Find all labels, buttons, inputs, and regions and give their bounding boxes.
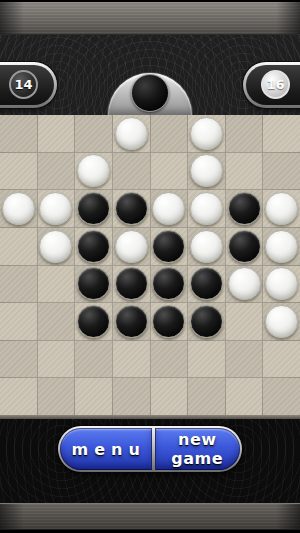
board-cell-f1[interactable] bbox=[188, 115, 225, 152]
white-disc bbox=[77, 154, 110, 187]
board-cell-f4[interactable] bbox=[188, 228, 225, 265]
white-disc bbox=[39, 192, 72, 225]
black-disc bbox=[228, 230, 261, 263]
black-disc bbox=[190, 267, 223, 300]
board-cell-d8[interactable] bbox=[113, 378, 150, 415]
turn-indicator-dome bbox=[108, 73, 192, 115]
board-cell-g7[interactable] bbox=[226, 341, 263, 378]
board-cell-h6[interactable] bbox=[263, 303, 300, 340]
white-disc bbox=[265, 305, 298, 338]
white-score-value: 16 bbox=[266, 77, 284, 92]
board-cell-g8[interactable] bbox=[226, 378, 263, 415]
board-cell-g6[interactable] bbox=[226, 303, 263, 340]
white-disc bbox=[115, 117, 148, 150]
board-cell-c7[interactable] bbox=[75, 341, 112, 378]
white-disc bbox=[190, 230, 223, 263]
board-cell-f7[interactable] bbox=[188, 341, 225, 378]
board-cell-h8[interactable] bbox=[263, 378, 300, 415]
board-cell-d3[interactable] bbox=[113, 190, 150, 227]
board-cell-h1[interactable] bbox=[263, 115, 300, 152]
black-disc bbox=[77, 192, 110, 225]
board-cell-f6[interactable] bbox=[188, 303, 225, 340]
board-cell-a8[interactable] bbox=[0, 378, 37, 415]
board-cell-f2[interactable] bbox=[188, 153, 225, 190]
board-cell-g2[interactable] bbox=[226, 153, 263, 190]
app-root: 14 16 menu new game bbox=[0, 0, 300, 533]
white-disc bbox=[39, 230, 72, 263]
board-cell-d4[interactable] bbox=[113, 228, 150, 265]
board-cell-a2[interactable] bbox=[0, 153, 37, 190]
board-cell-e4[interactable] bbox=[151, 228, 188, 265]
board-cell-g4[interactable] bbox=[226, 228, 263, 265]
board-cell-f5[interactable] bbox=[188, 266, 225, 303]
white-disc bbox=[190, 154, 223, 187]
board-cell-f3[interactable] bbox=[188, 190, 225, 227]
board-cell-b5[interactable] bbox=[38, 266, 75, 303]
new-game-button[interactable]: new game bbox=[155, 428, 241, 470]
board-cell-b8[interactable] bbox=[38, 378, 75, 415]
board-cell-e6[interactable] bbox=[151, 303, 188, 340]
white-disc bbox=[265, 192, 298, 225]
board-cell-a7[interactable] bbox=[0, 341, 37, 378]
board-cell-h3[interactable] bbox=[263, 190, 300, 227]
black-disc bbox=[152, 305, 185, 338]
board-cell-f8[interactable] bbox=[188, 378, 225, 415]
menu-button[interactable]: menu bbox=[60, 428, 152, 470]
bottom-metal-frame bbox=[0, 503, 300, 530]
board bbox=[0, 115, 300, 415]
white-disc bbox=[265, 230, 298, 263]
board-cell-h5[interactable] bbox=[263, 266, 300, 303]
board-cell-e2[interactable] bbox=[151, 153, 188, 190]
board-cell-d2[interactable] bbox=[113, 153, 150, 190]
board-cell-a3[interactable] bbox=[0, 190, 37, 227]
board-cell-g1[interactable] bbox=[226, 115, 263, 152]
white-disc bbox=[190, 192, 223, 225]
board-cell-a6[interactable] bbox=[0, 303, 37, 340]
black-disc bbox=[77, 230, 110, 263]
board-cell-b7[interactable] bbox=[38, 341, 75, 378]
board-cell-b4[interactable] bbox=[38, 228, 75, 265]
black-disc bbox=[77, 305, 110, 338]
black-score-disc: 14 bbox=[9, 70, 38, 99]
black-score-value: 14 bbox=[14, 77, 32, 92]
board-cell-e8[interactable] bbox=[151, 378, 188, 415]
board-cell-e7[interactable] bbox=[151, 341, 188, 378]
board-cell-a5[interactable] bbox=[0, 266, 37, 303]
black-disc bbox=[77, 267, 110, 300]
black-disc bbox=[190, 305, 223, 338]
board-cell-h2[interactable] bbox=[263, 153, 300, 190]
top-metal-frame bbox=[0, 2, 300, 35]
board-cell-c6[interactable] bbox=[75, 303, 112, 340]
board-cell-b3[interactable] bbox=[38, 190, 75, 227]
white-disc bbox=[152, 192, 185, 225]
black-disc bbox=[152, 230, 185, 263]
black-disc bbox=[115, 192, 148, 225]
board-cell-b6[interactable] bbox=[38, 303, 75, 340]
board-cell-g3[interactable] bbox=[226, 190, 263, 227]
board-cell-e1[interactable] bbox=[151, 115, 188, 152]
board-cell-h4[interactable] bbox=[263, 228, 300, 265]
board-cell-c1[interactable] bbox=[75, 115, 112, 152]
board-cell-b2[interactable] bbox=[38, 153, 75, 190]
white-disc bbox=[2, 192, 35, 225]
black-disc bbox=[152, 267, 185, 300]
black-disc bbox=[115, 267, 148, 300]
board-cell-g5[interactable] bbox=[226, 266, 263, 303]
white-disc bbox=[190, 117, 223, 150]
scoreboard: 14 16 bbox=[0, 35, 300, 115]
board-cell-h7[interactable] bbox=[263, 341, 300, 378]
board-cell-c8[interactable] bbox=[75, 378, 112, 415]
board-cell-c5[interactable] bbox=[75, 266, 112, 303]
board-cell-c4[interactable] bbox=[75, 228, 112, 265]
white-disc bbox=[115, 230, 148, 263]
black-disc bbox=[115, 305, 148, 338]
white-score-disc: 16 bbox=[261, 70, 290, 99]
board-cell-a4[interactable] bbox=[0, 228, 37, 265]
white-disc bbox=[265, 267, 298, 300]
board-cell-c3[interactable] bbox=[75, 190, 112, 227]
board-cell-c2[interactable] bbox=[75, 153, 112, 190]
board-cell-e5[interactable] bbox=[151, 266, 188, 303]
white-disc bbox=[228, 267, 261, 300]
turn-indicator-black-disc bbox=[131, 74, 169, 112]
board-cell-e3[interactable] bbox=[151, 190, 188, 227]
board-cell-d1[interactable] bbox=[113, 115, 150, 152]
board-cell-d5[interactable] bbox=[113, 266, 150, 303]
button-group: menu new game bbox=[58, 426, 242, 472]
bottom-bar: menu new game bbox=[0, 419, 300, 503]
board-cell-b1[interactable] bbox=[38, 115, 75, 152]
board-cell-a1[interactable] bbox=[0, 115, 37, 152]
board-cell-d7[interactable] bbox=[113, 341, 150, 378]
black-disc bbox=[228, 192, 261, 225]
board-cell-d6[interactable] bbox=[113, 303, 150, 340]
